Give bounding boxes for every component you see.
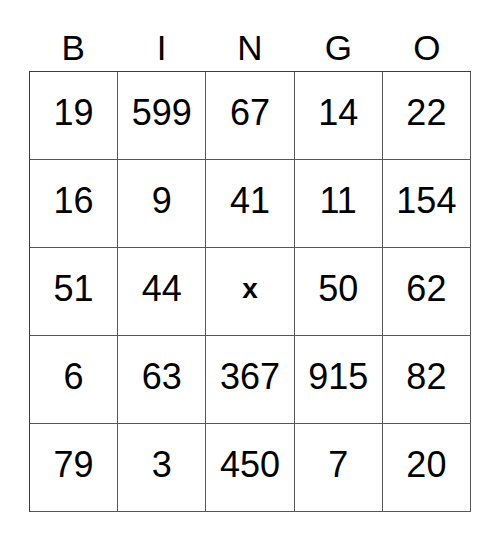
- bingo-cell-r5-c2[interactable]: 3: [118, 424, 206, 512]
- bingo-grid: 1959967142216941111545144x50626633679158…: [29, 71, 471, 512]
- bingo-cell-r3-c2[interactable]: 44: [118, 248, 206, 336]
- bingo-cell-r5-c4[interactable]: 7: [295, 424, 383, 512]
- bingo-cell-r1-c1[interactable]: 19: [30, 72, 118, 160]
- bingo-cell-r5-c5[interactable]: 20: [383, 424, 471, 512]
- bingo-cell-r5-c3[interactable]: 450: [206, 424, 294, 512]
- bingo-cell-r2-c2[interactable]: 9: [118, 160, 206, 248]
- bingo-cell-r1-c2[interactable]: 599: [118, 72, 206, 160]
- bingo-cell-r5-c1[interactable]: 79: [30, 424, 118, 512]
- bingo-cell-r4-c5[interactable]: 82: [383, 336, 471, 424]
- header-letter-o: O: [383, 0, 471, 71]
- bingo-cell-r4-c1[interactable]: 6: [30, 336, 118, 424]
- bingo-cell-r1-c5[interactable]: 22: [383, 72, 471, 160]
- header-letter-i: I: [117, 0, 205, 71]
- bingo-header: B I N G O: [29, 0, 471, 71]
- bingo-cell-r4-c3[interactable]: 367: [206, 336, 294, 424]
- bingo-cell-r1-c4[interactable]: 14: [295, 72, 383, 160]
- bingo-cell-r4-c4[interactable]: 915: [295, 336, 383, 424]
- free-space-cell[interactable]: x: [206, 248, 294, 336]
- bingo-cell-r1-c3[interactable]: 67: [206, 72, 294, 160]
- bingo-cell-r2-c4[interactable]: 11: [295, 160, 383, 248]
- bingo-cell-r2-c3[interactable]: 41: [206, 160, 294, 248]
- bingo-cell-r3-c5[interactable]: 62: [383, 248, 471, 336]
- bingo-cell-r2-c1[interactable]: 16: [30, 160, 118, 248]
- bingo-cell-r3-c1[interactable]: 51: [30, 248, 118, 336]
- header-letter-b: B: [29, 0, 117, 71]
- bingo-cell-r2-c5[interactable]: 154: [383, 160, 471, 248]
- bingo-cell-r3-c4[interactable]: 50: [295, 248, 383, 336]
- header-letter-n: N: [206, 0, 294, 71]
- header-letter-g: G: [294, 0, 382, 71]
- bingo-cell-r4-c2[interactable]: 63: [118, 336, 206, 424]
